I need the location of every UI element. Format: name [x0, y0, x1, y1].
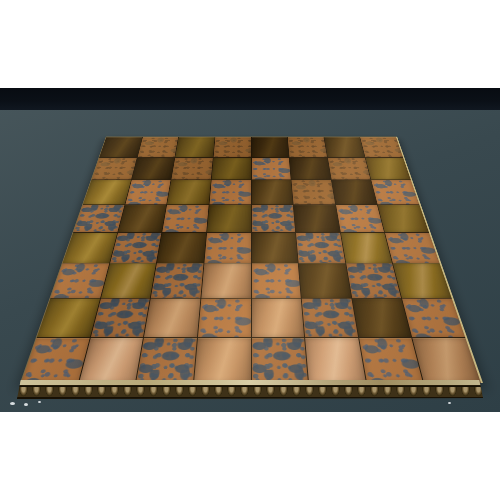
molding-emboss-pattern: [17, 386, 483, 399]
square-f6: [292, 180, 336, 204]
square-a6: [83, 180, 131, 204]
dust-speck: [10, 402, 15, 405]
square-b4: [110, 232, 162, 262]
square-c5: [162, 205, 208, 232]
square-b1: [79, 338, 143, 383]
square-f8: [288, 137, 327, 157]
dust-speck: [448, 402, 451, 404]
square-h4: [385, 232, 439, 262]
backdrop-shadow-band: [0, 88, 500, 110]
square-a2: [37, 298, 100, 337]
photo-frame: [0, 0, 500, 500]
square-g4: [341, 232, 393, 262]
square-h1: [413, 338, 481, 383]
square-c3: [151, 263, 203, 297]
square-h5: [378, 205, 429, 232]
dust-speck: [24, 403, 28, 406]
square-c8: [175, 137, 214, 157]
board-edge-molding: [17, 380, 483, 399]
square-c7: [172, 158, 213, 180]
square-g8: [324, 137, 365, 157]
square-g5: [336, 205, 384, 232]
square-f3: [299, 263, 351, 297]
square-b5: [118, 205, 167, 232]
square-f1: [305, 338, 366, 383]
square-d7: [212, 158, 251, 180]
square-b2: [90, 298, 150, 337]
square-e6: [252, 180, 293, 204]
square-h6: [372, 180, 420, 204]
square-a1: [21, 338, 89, 383]
square-d8: [213, 137, 250, 157]
square-g3: [346, 263, 401, 297]
square-h7: [366, 158, 411, 180]
square-e3: [252, 263, 301, 297]
square-h3: [393, 263, 451, 297]
square-d4: [204, 232, 250, 262]
square-e5: [252, 205, 296, 232]
square-h2: [402, 298, 465, 337]
square-f5: [294, 205, 340, 232]
square-f7: [290, 158, 331, 180]
square-a7: [92, 158, 137, 180]
square-c4: [157, 232, 206, 262]
square-d6: [209, 180, 250, 204]
square-a3: [51, 263, 109, 297]
square-g7: [328, 158, 371, 180]
square-e4: [252, 232, 298, 262]
square-a8: [99, 137, 142, 157]
square-a4: [63, 232, 117, 262]
square-b6: [125, 180, 171, 204]
chessboard: [20, 137, 483, 383]
square-f2: [302, 298, 358, 337]
square-d3: [201, 263, 250, 297]
square-b7: [132, 158, 175, 180]
square-e8: [252, 137, 289, 157]
square-b3: [101, 263, 156, 297]
dust-speck: [38, 401, 41, 403]
photo-background: [0, 88, 500, 412]
square-d1: [194, 338, 251, 383]
square-e1: [252, 338, 309, 383]
square-c1: [136, 338, 197, 383]
square-d2: [198, 298, 251, 337]
square-a5: [73, 205, 124, 232]
square-d5: [207, 205, 251, 232]
square-c6: [167, 180, 211, 204]
square-g6: [332, 180, 378, 204]
square-e7: [252, 158, 291, 180]
square-e2: [252, 298, 305, 337]
square-f4: [296, 232, 345, 262]
square-g2: [352, 298, 412, 337]
square-h8: [360, 137, 403, 157]
square-b8: [137, 137, 178, 157]
square-c2: [144, 298, 200, 337]
